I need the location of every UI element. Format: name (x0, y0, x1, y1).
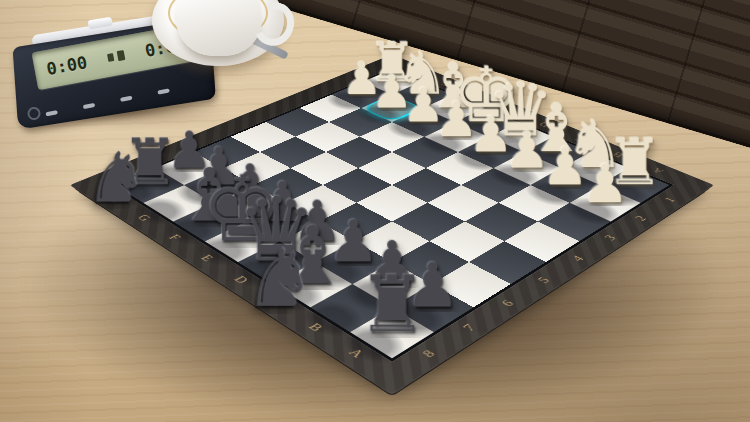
clock-left-time: 0:00 (45, 52, 89, 79)
clock-center-icons (107, 50, 126, 63)
chess-game-scene: 0:00 0:00 ♜♞♝♛♚♝♞♜♟♟♟♟♟♟♟♟♟♟♟♟♟♟♟♟♜♞♝♛♚♝… (0, 0, 750, 422)
